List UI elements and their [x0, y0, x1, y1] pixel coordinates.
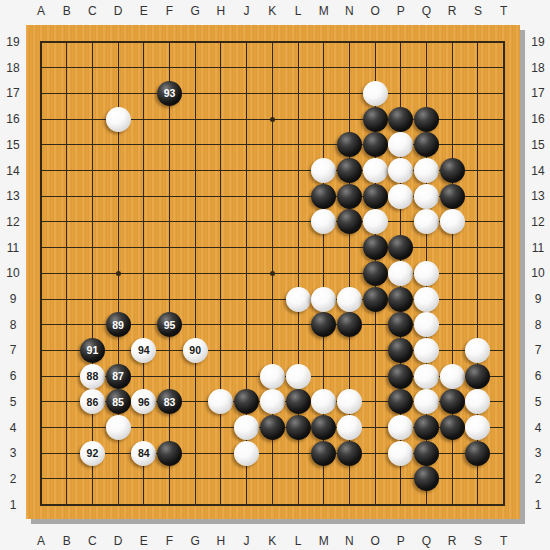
stone-N13[interactable] — [337, 184, 362, 209]
coord-label-right-9: 9 — [526, 292, 550, 306]
stone-Q13[interactable] — [414, 184, 439, 209]
coord-label-left-14: 14 — [1, 164, 25, 178]
stone-J4[interactable] — [234, 415, 259, 440]
coord-label-left-4: 4 — [1, 421, 25, 435]
coord-label-bottom-O: O — [366, 534, 384, 548]
coord-label-bottom-S: S — [469, 534, 487, 548]
move-number: 88 — [80, 364, 105, 389]
coord-label-left-7: 7 — [1, 343, 25, 357]
stone-E5[interactable]: 96 — [131, 389, 156, 414]
star-point-K10 — [270, 271, 275, 276]
stone-P10[interactable] — [388, 261, 413, 286]
stone-C5[interactable]: 86 — [80, 389, 105, 414]
coord-label-left-3: 3 — [1, 446, 25, 460]
stone-R5[interactable] — [440, 389, 465, 414]
coord-label-bottom-F: F — [161, 534, 179, 548]
stone-P13[interactable] — [388, 184, 413, 209]
coord-label-top-H: H — [212, 4, 230, 18]
stone-F8[interactable]: 95 — [157, 312, 182, 337]
stone-L5[interactable] — [286, 389, 311, 414]
coord-label-top-P: P — [392, 4, 410, 18]
coord-label-left-8: 8 — [1, 318, 25, 332]
star-point-D10 — [116, 271, 121, 276]
coord-label-right-19: 19 — [526, 35, 550, 49]
stone-D8[interactable]: 89 — [106, 312, 131, 337]
move-number: 86 — [80, 389, 105, 414]
coord-label-left-18: 18 — [1, 61, 25, 75]
stone-R4[interactable] — [440, 415, 465, 440]
coord-label-bottom-E: E — [135, 534, 153, 548]
coord-label-left-6: 6 — [1, 369, 25, 383]
coord-label-top-B: B — [58, 4, 76, 18]
stone-J3[interactable] — [234, 441, 259, 466]
stone-M9[interactable] — [311, 287, 336, 312]
coord-label-right-1: 1 — [526, 498, 550, 512]
stone-F3[interactable] — [157, 441, 182, 466]
stone-Q4[interactable] — [414, 415, 439, 440]
coord-label-top-F: F — [161, 4, 179, 18]
stone-P3[interactable] — [388, 441, 413, 466]
coord-label-left-9: 9 — [1, 292, 25, 306]
coord-label-top-A: A — [32, 4, 50, 18]
stone-C3[interactable]: 92 — [80, 441, 105, 466]
stone-K4[interactable] — [260, 415, 285, 440]
stone-N4[interactable] — [337, 415, 362, 440]
coord-label-top-Q: Q — [418, 4, 436, 18]
coord-label-left-5: 5 — [1, 395, 25, 409]
coord-label-bottom-H: H — [212, 534, 230, 548]
coord-label-bottom-P: P — [392, 534, 410, 548]
stone-L9[interactable] — [286, 287, 311, 312]
stone-O14[interactable] — [363, 158, 388, 183]
stone-O17[interactable] — [363, 81, 388, 106]
move-number: 85 — [106, 389, 131, 414]
stone-N8[interactable] — [337, 312, 362, 337]
stone-D4[interactable] — [106, 415, 131, 440]
coord-label-right-11: 11 — [526, 241, 550, 255]
coord-label-right-17: 17 — [526, 86, 550, 100]
stone-R6[interactable] — [440, 364, 465, 389]
stone-K5[interactable] — [260, 389, 285, 414]
stone-M3[interactable] — [311, 441, 336, 466]
stone-D16[interactable] — [106, 107, 131, 132]
stone-S6[interactable] — [465, 364, 490, 389]
stone-E3[interactable]: 84 — [131, 441, 156, 466]
coord-label-left-19: 19 — [1, 35, 25, 49]
stone-R12[interactable] — [440, 209, 465, 234]
stone-G7[interactable]: 90 — [183, 338, 208, 363]
coord-label-top-C: C — [83, 4, 101, 18]
coord-label-right-6: 6 — [526, 369, 550, 383]
stone-F17[interactable]: 93 — [157, 81, 182, 106]
stone-Q3[interactable] — [414, 441, 439, 466]
coord-label-bottom-Q: Q — [418, 534, 436, 548]
stone-D6[interactable]: 87 — [106, 364, 131, 389]
stone-O10[interactable] — [363, 261, 388, 286]
stone-C6[interactable]: 88 — [80, 364, 105, 389]
coord-label-bottom-B: B — [58, 534, 76, 548]
coord-label-top-J: J — [238, 4, 256, 18]
coord-label-bottom-K: K — [263, 534, 281, 548]
stone-M13[interactable] — [311, 184, 336, 209]
stone-Q9[interactable] — [414, 287, 439, 312]
coord-label-top-E: E — [135, 4, 153, 18]
stone-L4[interactable] — [286, 415, 311, 440]
stone-Q7[interactable] — [414, 338, 439, 363]
coord-label-left-15: 15 — [1, 138, 25, 152]
stone-O16[interactable] — [363, 107, 388, 132]
coord-label-bottom-L: L — [289, 534, 307, 548]
coord-label-left-12: 12 — [1, 215, 25, 229]
stone-N9[interactable] — [337, 287, 362, 312]
stone-F5[interactable]: 83 — [157, 389, 182, 414]
coord-label-right-10: 10 — [526, 266, 550, 280]
coord-label-left-2: 2 — [1, 472, 25, 486]
coord-label-right-4: 4 — [526, 421, 550, 435]
coord-label-right-14: 14 — [526, 164, 550, 178]
coord-label-bottom-M: M — [315, 534, 333, 548]
stone-R13[interactable] — [440, 184, 465, 209]
stone-D5[interactable]: 85 — [106, 389, 131, 414]
move-number: 94 — [131, 338, 156, 363]
stone-N3[interactable] — [337, 441, 362, 466]
coord-label-left-1: 1 — [1, 498, 25, 512]
coord-label-left-16: 16 — [1, 112, 25, 126]
coord-label-right-12: 12 — [526, 215, 550, 229]
coord-label-bottom-D: D — [109, 534, 127, 548]
coord-label-bottom-C: C — [83, 534, 101, 548]
stone-L6[interactable] — [286, 364, 311, 389]
stone-N14[interactable] — [337, 158, 362, 183]
go-board[interactable]: 9389959194908887868596839284 — [26, 25, 520, 519]
coord-label-left-11: 11 — [1, 241, 25, 255]
coord-label-right-8: 8 — [526, 318, 550, 332]
stone-P9[interactable] — [388, 287, 413, 312]
coord-label-right-15: 15 — [526, 138, 550, 152]
stone-C7[interactable]: 91 — [80, 338, 105, 363]
stone-Q10[interactable] — [414, 261, 439, 286]
stone-O13[interactable] — [363, 184, 388, 209]
coord-label-bottom-N: N — [340, 534, 358, 548]
coord-label-top-T: T — [495, 4, 513, 18]
coord-label-top-R: R — [443, 4, 461, 18]
coord-label-right-18: 18 — [526, 61, 550, 75]
move-number: 84 — [131, 441, 156, 466]
move-number: 96 — [131, 389, 156, 414]
stone-Q16[interactable] — [414, 107, 439, 132]
stone-R14[interactable] — [440, 158, 465, 183]
stone-P16[interactable] — [388, 107, 413, 132]
stone-O9[interactable] — [363, 287, 388, 312]
star-point-K16 — [270, 117, 275, 122]
stone-O15[interactable] — [363, 132, 388, 157]
stone-O12[interactable] — [363, 209, 388, 234]
move-number: 95 — [157, 312, 182, 337]
coord-label-left-13: 13 — [1, 189, 25, 203]
move-number: 90 — [183, 338, 208, 363]
move-number: 93 — [157, 81, 182, 106]
coord-label-left-17: 17 — [1, 86, 25, 100]
move-number: 83 — [157, 389, 182, 414]
coord-label-top-S: S — [469, 4, 487, 18]
coord-label-top-D: D — [109, 4, 127, 18]
coord-label-left-10: 10 — [1, 266, 25, 280]
stone-K6[interactable] — [260, 364, 285, 389]
move-number: 87 — [106, 364, 131, 389]
stone-Q14[interactable] — [414, 158, 439, 183]
coord-label-top-N: N — [340, 4, 358, 18]
stone-O11[interactable] — [363, 235, 388, 260]
coord-label-right-16: 16 — [526, 112, 550, 126]
coord-label-bottom-J: J — [238, 534, 256, 548]
move-number: 91 — [80, 338, 105, 363]
coord-label-top-M: M — [315, 4, 333, 18]
coord-label-right-3: 3 — [526, 446, 550, 460]
move-number: 89 — [106, 312, 131, 337]
go-game-screenshot: 9389959194908887868596839284 AABBCCDDEEF… — [0, 0, 550, 550]
coord-label-top-G: G — [186, 4, 204, 18]
stone-Q6[interactable] — [414, 364, 439, 389]
stone-S3[interactable] — [465, 441, 490, 466]
coord-label-top-L: L — [289, 4, 307, 18]
coord-label-top-O: O — [366, 4, 384, 18]
coord-label-top-K: K — [263, 4, 281, 18]
coord-label-bottom-G: G — [186, 534, 204, 548]
stone-P6[interactable] — [388, 364, 413, 389]
coord-label-bottom-R: R — [443, 534, 461, 548]
coord-label-bottom-T: T — [495, 534, 513, 548]
stone-E7[interactable]: 94 — [131, 338, 156, 363]
coord-label-right-13: 13 — [526, 189, 550, 203]
coord-label-right-5: 5 — [526, 395, 550, 409]
move-number: 92 — [80, 441, 105, 466]
coord-label-bottom-A: A — [32, 534, 50, 548]
coord-label-right-2: 2 — [526, 472, 550, 486]
coord-label-right-7: 7 — [526, 343, 550, 357]
